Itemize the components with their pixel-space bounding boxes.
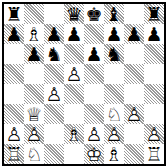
square-c2[interactable]	[44, 124, 64, 144]
white-pawn: ♙	[44, 84, 64, 104]
black-pawn: ♟	[104, 24, 124, 44]
square-h1[interactable]: ♜♖	[144, 144, 164, 164]
white-knight-fill: ♞	[104, 104, 124, 124]
square-c3[interactable]	[44, 104, 64, 124]
white-pawn: ♙	[144, 124, 164, 144]
square-c5[interactable]	[44, 64, 64, 84]
white-pawn-fill: ♟	[104, 124, 124, 144]
white-pawn-fill: ♟	[64, 64, 84, 84]
square-d7[interactable]: ♟	[64, 24, 84, 44]
black-pawn: ♟	[24, 44, 44, 64]
white-pawn-fill: ♟	[24, 124, 44, 144]
white-bishop-fill: ♝	[104, 144, 124, 164]
square-a2[interactable]: ♟♙	[4, 124, 24, 144]
white-pawn-fill: ♟	[4, 124, 24, 144]
square-a5[interactable]	[4, 64, 24, 84]
square-h4[interactable]	[144, 84, 164, 104]
white-rook-fill: ♜	[144, 144, 164, 164]
square-d8[interactable]: ♛	[64, 4, 84, 24]
square-c8[interactable]	[44, 4, 64, 24]
square-f5[interactable]	[104, 64, 124, 84]
black-pawn: ♟	[84, 44, 104, 64]
square-g6[interactable]	[124, 44, 144, 64]
square-f7[interactable]: ♟	[104, 24, 124, 44]
chess-board: ♜♛♚♝♜♟♝♗♟♟♟♟♟♟♞♟♞♟♙♟♙♛♕♞♘♟♙♟♙♟♙♝♗♟♙♟♙♟♙♜…	[4, 4, 164, 164]
square-d1[interactable]	[64, 144, 84, 164]
square-h3[interactable]	[144, 104, 164, 124]
square-e5[interactable]	[84, 64, 104, 84]
square-a3[interactable]	[4, 104, 24, 124]
white-rook: ♖	[144, 144, 164, 164]
square-b8[interactable]	[24, 4, 44, 24]
square-e8[interactable]: ♚	[84, 4, 104, 24]
white-rook: ♖	[4, 144, 24, 164]
black-queen: ♛	[64, 4, 84, 24]
square-e2[interactable]: ♟♙	[84, 124, 104, 144]
white-pawn: ♙	[104, 124, 124, 144]
square-f1[interactable]: ♝♗	[104, 144, 124, 164]
square-a7[interactable]: ♟	[4, 24, 24, 44]
white-pawn: ♙	[24, 124, 44, 144]
white-bishop: ♗	[24, 24, 44, 44]
square-d3[interactable]	[64, 104, 84, 124]
square-b5[interactable]	[24, 64, 44, 84]
black-pawn: ♟	[64, 24, 84, 44]
square-d5[interactable]: ♟♙	[64, 64, 84, 84]
square-h8[interactable]: ♜	[144, 4, 164, 24]
square-c7[interactable]: ♟	[44, 24, 64, 44]
square-c1[interactable]	[44, 144, 64, 164]
square-e6[interactable]: ♟	[84, 44, 104, 64]
square-b4[interactable]	[24, 84, 44, 104]
square-g8[interactable]	[124, 4, 144, 24]
white-knight: ♘	[104, 104, 124, 124]
white-bishop: ♗	[104, 144, 124, 164]
square-a6[interactable]	[4, 44, 24, 64]
square-d6[interactable]	[64, 44, 84, 64]
white-queen-fill: ♛	[24, 104, 44, 124]
square-a8[interactable]: ♜	[4, 4, 24, 24]
square-h6[interactable]	[144, 44, 164, 64]
white-pawn: ♙	[84, 124, 104, 144]
white-pawn: ♙	[124, 104, 144, 124]
square-f3[interactable]: ♞♘	[104, 104, 124, 124]
chess-board-frame: ♜♛♚♝♜♟♝♗♟♟♟♟♟♟♞♟♞♟♙♟♙♛♕♞♘♟♙♟♙♟♙♝♗♟♙♟♙♟♙♜…	[2, 2, 166, 166]
square-b2[interactable]: ♟♙	[24, 124, 44, 144]
square-c6[interactable]: ♞	[44, 44, 64, 64]
black-pawn: ♟	[44, 24, 64, 44]
square-d4[interactable]	[64, 84, 84, 104]
white-pawn-fill: ♟	[84, 124, 104, 144]
square-g5[interactable]	[124, 64, 144, 84]
square-g3[interactable]: ♟♙	[124, 104, 144, 124]
white-pawn: ♙	[64, 64, 84, 84]
black-knight: ♞	[104, 44, 124, 64]
white-knight-fill: ♞	[24, 144, 44, 164]
white-pawn-fill: ♟	[44, 84, 64, 104]
black-knight: ♞	[44, 44, 64, 64]
square-g1[interactable]	[124, 144, 144, 164]
white-queen: ♕	[24, 104, 44, 124]
square-a4[interactable]	[4, 84, 24, 104]
white-pawn-fill: ♟	[144, 124, 164, 144]
square-e4[interactable]	[84, 84, 104, 104]
square-b7[interactable]: ♝♗	[24, 24, 44, 44]
square-e1[interactable]: ♚♔	[84, 144, 104, 164]
white-rook-fill: ♜	[4, 144, 24, 164]
square-a1[interactable]: ♜♖	[4, 144, 24, 164]
white-bishop-fill: ♝	[64, 124, 84, 144]
white-knight: ♘	[24, 144, 44, 164]
white-king-fill: ♚	[84, 144, 104, 164]
black-pawn: ♟	[4, 24, 24, 44]
white-bishop: ♗	[64, 124, 84, 144]
square-g7[interactable]: ♟	[124, 24, 144, 44]
square-h5[interactable]	[144, 64, 164, 84]
square-f2[interactable]: ♟♙	[104, 124, 124, 144]
black-rook: ♜	[144, 4, 164, 24]
square-b6[interactable]: ♟	[24, 44, 44, 64]
square-f4[interactable]	[104, 84, 124, 104]
square-d2[interactable]: ♝♗	[64, 124, 84, 144]
white-pawn: ♙	[4, 124, 24, 144]
black-bishop: ♝	[104, 4, 124, 24]
square-g2[interactable]	[124, 124, 144, 144]
square-b3[interactable]: ♛♕	[24, 104, 44, 124]
square-h7[interactable]: ♟	[144, 24, 164, 44]
white-bishop-fill: ♝	[24, 24, 44, 44]
black-rook: ♜	[4, 4, 24, 24]
square-c4[interactable]: ♟♙	[44, 84, 64, 104]
square-h2[interactable]: ♟♙	[144, 124, 164, 144]
square-f6[interactable]: ♞	[104, 44, 124, 64]
black-pawn: ♟	[144, 24, 164, 44]
square-f8[interactable]: ♝	[104, 4, 124, 24]
black-king: ♚	[84, 4, 104, 24]
white-pawn-fill: ♟	[124, 104, 144, 124]
square-g4[interactable]	[124, 84, 144, 104]
black-pawn: ♟	[124, 24, 144, 44]
square-b1[interactable]: ♞♘	[24, 144, 44, 164]
white-king: ♔	[84, 144, 104, 164]
square-e3[interactable]	[84, 104, 104, 124]
square-e7[interactable]	[84, 24, 104, 44]
